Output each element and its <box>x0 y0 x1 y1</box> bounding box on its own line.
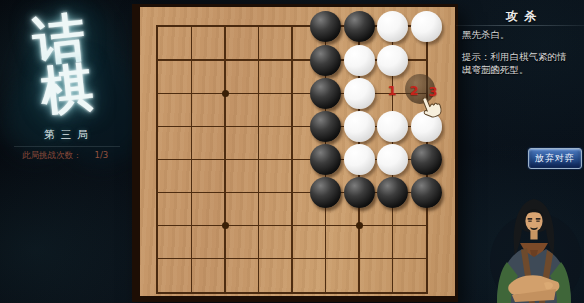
board-point[interactable] <box>141 242 175 275</box>
board-point[interactable] <box>376 242 410 275</box>
board-points-grid <box>141 10 443 303</box>
board-point[interactable] <box>175 10 209 43</box>
board-point[interactable] <box>242 44 276 77</box>
board-point[interactable] <box>208 110 242 143</box>
board-point[interactable] <box>309 143 343 176</box>
task-panel-header: 攻杀 <box>458 8 584 25</box>
white-stone <box>344 111 375 142</box>
board-point[interactable] <box>208 143 242 176</box>
white-stone <box>377 144 408 175</box>
board-point[interactable] <box>342 10 376 43</box>
board-point[interactable] <box>208 242 242 275</box>
black-stone <box>377 177 408 208</box>
black-stone <box>310 78 341 109</box>
board-point[interactable] <box>342 143 376 176</box>
board-point[interactable] <box>275 77 309 110</box>
board-point[interactable] <box>208 275 242 303</box>
board-point[interactable] <box>242 110 276 143</box>
board-point[interactable] <box>376 10 410 43</box>
black-stone <box>310 11 341 42</box>
board-point[interactable] <box>275 110 309 143</box>
white-stone <box>411 11 442 42</box>
board-point[interactable] <box>409 10 443 43</box>
board-point[interactable] <box>376 44 410 77</box>
white-stone <box>377 11 408 42</box>
black-stone <box>310 111 341 142</box>
white-stone <box>377 111 408 142</box>
board-point[interactable] <box>141 143 175 176</box>
board-point[interactable] <box>342 209 376 242</box>
board-point[interactable] <box>242 242 276 275</box>
board-point[interactable] <box>175 77 209 110</box>
board-point[interactable] <box>409 275 443 303</box>
board-point[interactable] <box>342 242 376 275</box>
white-stone <box>344 144 375 175</box>
board-point[interactable] <box>242 176 276 209</box>
black-stone <box>344 11 375 42</box>
board-point[interactable] <box>141 77 175 110</box>
npc-portrait <box>484 191 584 303</box>
task-panel-divider <box>456 25 584 26</box>
game-scene: 诘 棋 第三局 此局挑战次数：1/3 123 攻杀 黑先杀白。 提示：利用白棋气… <box>0 0 584 303</box>
board-point[interactable] <box>342 77 376 110</box>
board-point[interactable] <box>309 10 343 43</box>
board-point[interactable] <box>342 110 376 143</box>
board-point[interactable] <box>208 10 242 43</box>
board-point[interactable] <box>275 44 309 77</box>
board-point[interactable] <box>275 176 309 209</box>
white-stone <box>377 45 408 76</box>
board-point[interactable] <box>309 110 343 143</box>
board-point[interactable] <box>242 275 276 303</box>
board-point[interactable] <box>309 44 343 77</box>
board-point[interactable] <box>208 176 242 209</box>
board-point[interactable] <box>175 110 209 143</box>
board-point[interactable] <box>242 143 276 176</box>
board-point[interactable] <box>409 44 443 77</box>
board-point[interactable] <box>175 209 209 242</box>
board-point[interactable] <box>409 143 443 176</box>
board-point[interactable] <box>376 275 410 303</box>
give-up-button[interactable]: 放弃对弈 <box>528 148 582 169</box>
board-point[interactable] <box>275 242 309 275</box>
move-hint-number: 2 <box>409 83 418 98</box>
board-point[interactable] <box>376 110 410 143</box>
board-point[interactable] <box>208 44 242 77</box>
board-point[interactable] <box>342 176 376 209</box>
board-point[interactable] <box>376 209 410 242</box>
task-hint-line2: 出弯三的死型。 <box>462 64 583 77</box>
board-point[interactable] <box>376 143 410 176</box>
black-stone <box>310 177 341 208</box>
board-point[interactable] <box>141 176 175 209</box>
board-point[interactable] <box>376 176 410 209</box>
board-point[interactable] <box>208 77 242 110</box>
board-point[interactable] <box>242 10 276 43</box>
board-point[interactable] <box>175 44 209 77</box>
board-point[interactable] <box>242 209 276 242</box>
move-hint-number: 1 <box>387 83 396 98</box>
black-stone <box>310 45 341 76</box>
board-point[interactable] <box>242 77 276 110</box>
black-stone <box>310 144 341 175</box>
board-point[interactable] <box>309 77 343 110</box>
board-point[interactable] <box>342 44 376 77</box>
board-point[interactable] <box>141 209 175 242</box>
black-stone <box>411 177 442 208</box>
board-point[interactable] <box>275 10 309 43</box>
board-point[interactable] <box>175 176 209 209</box>
white-stone <box>344 78 375 109</box>
white-stone <box>344 45 375 76</box>
board-point[interactable] <box>309 209 343 242</box>
board-point[interactable] <box>275 143 309 176</box>
board-point[interactable] <box>141 44 175 77</box>
board-point[interactable] <box>275 275 309 303</box>
board-point[interactable] <box>342 275 376 303</box>
board-point[interactable] <box>409 176 443 209</box>
board-point[interactable] <box>309 242 343 275</box>
task-objective: 黑先杀白。 <box>462 29 580 42</box>
board-point[interactable] <box>141 275 175 303</box>
board-point[interactable] <box>275 209 309 242</box>
board-point[interactable] <box>175 242 209 275</box>
black-stone <box>344 177 375 208</box>
board-point[interactable] <box>309 275 343 303</box>
board-point[interactable] <box>175 275 209 303</box>
board-point[interactable] <box>175 143 209 176</box>
board-point[interactable] <box>208 209 242 242</box>
board-point[interactable] <box>141 10 175 43</box>
board-point[interactable] <box>141 110 175 143</box>
black-stone <box>411 144 442 175</box>
board-point[interactable] <box>409 242 443 275</box>
board-point[interactable] <box>309 176 343 209</box>
board-point[interactable] <box>409 209 443 242</box>
